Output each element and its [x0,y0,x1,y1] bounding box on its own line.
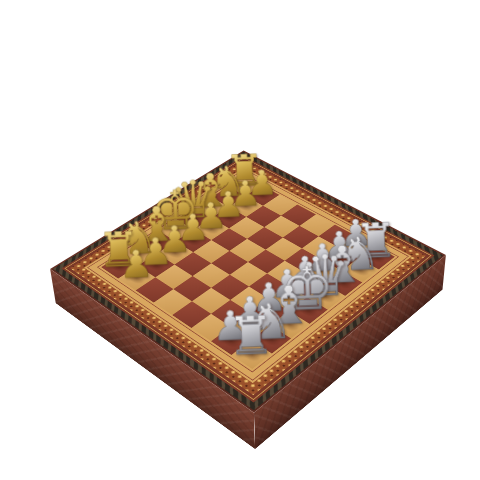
board-top: ♜♞♟♝♟♛♟♚♟♝♟♞♟♟♜♟♟♜♟♟♞♟♝♟♛♟♚♟♝♟♞♜ [50,150,446,412]
gold-pawn-glyph: ♟ [119,245,154,284]
chess-set-photo: ♜♞♟♝♟♛♟♚♟♝♟♞♟♟♜♟♟♜♟♟♞♟♝♟♛♟♚♟♝♟♞♜ [0,0,480,480]
board-case: ♜♞♟♝♟♛♟♚♟♝♟♞♟♟♜♟♟♜♟♟♞♟♝♟♛♟♚♟♝♟♞♜ [50,150,446,412]
silver-rook-glyph: ♜ [227,309,275,363]
